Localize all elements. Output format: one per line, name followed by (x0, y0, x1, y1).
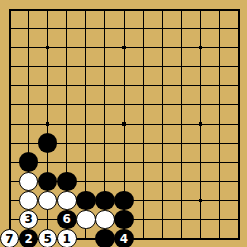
move-number: 3 (24, 213, 32, 225)
stone-black (38, 133, 58, 153)
stone-white (76, 210, 96, 230)
move-number: 1 (63, 233, 71, 245)
stone-black (19, 152, 39, 172)
stone-black (114, 210, 134, 230)
grid-line-vertical (181, 10, 182, 239)
star-point (199, 199, 203, 203)
star-point (46, 46, 50, 50)
stone-black (76, 191, 96, 211)
go-board: 3672514 (0, 0, 247, 247)
stone-black (57, 172, 77, 192)
star-point (199, 46, 203, 50)
move-number: 4 (120, 233, 128, 245)
stone-black: 6 (57, 210, 77, 230)
move-number: 5 (43, 233, 51, 245)
star-point (199, 122, 203, 126)
star-point (46, 122, 50, 126)
stone-black (114, 191, 134, 211)
move-number: 7 (5, 233, 13, 245)
star-point (122, 46, 126, 50)
stone-white: 7 (0, 229, 19, 247)
stone-white (57, 191, 77, 211)
grid-line-vertical (143, 10, 144, 239)
stone-black: 4 (114, 229, 134, 247)
stone-white: 1 (57, 229, 77, 247)
move-number: 2 (24, 233, 32, 245)
grid-line-vertical (219, 10, 220, 239)
grid-line-vertical (162, 10, 163, 239)
stone-white: 5 (38, 229, 58, 247)
stone-black: 2 (19, 229, 39, 247)
move-number: 6 (63, 213, 71, 225)
star-point (122, 122, 126, 126)
grid-line-horizontal (10, 162, 239, 163)
stone-black (95, 229, 115, 247)
stone-black (95, 191, 115, 211)
stone-white (95, 210, 115, 230)
